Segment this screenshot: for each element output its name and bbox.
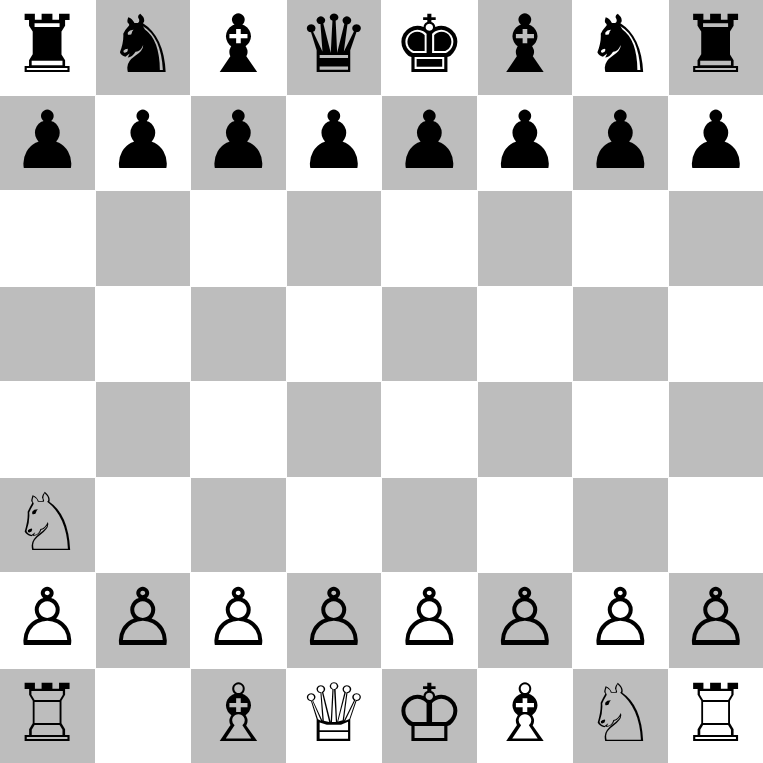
white-knight: ♘: [584, 674, 656, 754]
square-c8[interactable]: ♝: [191, 0, 286, 95]
black-pawn: ♟: [107, 101, 179, 181]
chess-board: ♜♞♝♛♚♝♞♜♟♟♟♟♟♟♟♟♘♙♙♙♙♙♙♙♙♖♗♕♔♗♘♖: [0, 0, 763, 763]
square-f1[interactable]: ♗: [478, 669, 573, 763]
square-f5[interactable]: [478, 287, 573, 382]
square-d3[interactable]: [287, 478, 382, 573]
square-h3[interactable]: [669, 478, 763, 573]
square-g7[interactable]: ♟: [573, 96, 668, 191]
square-e6[interactable]: [382, 191, 477, 286]
white-pawn: ♙: [11, 578, 83, 658]
square-h5[interactable]: [669, 287, 763, 382]
square-a7[interactable]: ♟: [0, 96, 95, 191]
square-h7[interactable]: ♟: [669, 96, 763, 191]
square-b2[interactable]: ♙: [96, 573, 191, 668]
black-pawn: ♟: [489, 101, 561, 181]
square-c5[interactable]: [191, 287, 286, 382]
square-b3[interactable]: [96, 478, 191, 573]
square-a6[interactable]: [0, 191, 95, 286]
square-c1[interactable]: ♗: [191, 669, 286, 763]
square-f2[interactable]: ♙: [478, 573, 573, 668]
black-rook: ♜: [11, 5, 83, 85]
white-pawn: ♙: [298, 578, 370, 658]
white-bishop: ♗: [202, 674, 274, 754]
square-a4[interactable]: [0, 382, 95, 477]
square-f8[interactable]: ♝: [478, 0, 573, 95]
square-d2[interactable]: ♙: [287, 573, 382, 668]
black-bishop: ♝: [202, 5, 274, 85]
square-b7[interactable]: ♟: [96, 96, 191, 191]
square-f3[interactable]: [478, 478, 573, 573]
square-c3[interactable]: [191, 478, 286, 573]
square-c2[interactable]: ♙: [191, 573, 286, 668]
square-d4[interactable]: [287, 382, 382, 477]
square-b4[interactable]: [96, 382, 191, 477]
square-f6[interactable]: [478, 191, 573, 286]
square-g4[interactable]: [573, 382, 668, 477]
square-c7[interactable]: ♟: [191, 96, 286, 191]
square-a8[interactable]: ♜: [0, 0, 95, 95]
square-g5[interactable]: [573, 287, 668, 382]
black-king: ♚: [393, 5, 465, 85]
square-c6[interactable]: [191, 191, 286, 286]
square-b8[interactable]: ♞: [96, 0, 191, 95]
square-a2[interactable]: ♙: [0, 573, 95, 668]
square-g1[interactable]: ♘: [573, 669, 668, 763]
square-f7[interactable]: ♟: [478, 96, 573, 191]
white-rook: ♖: [11, 674, 83, 754]
square-c4[interactable]: [191, 382, 286, 477]
square-f4[interactable]: [478, 382, 573, 477]
white-pawn: ♙: [489, 578, 561, 658]
black-pawn: ♟: [11, 101, 83, 181]
square-d5[interactable]: [287, 287, 382, 382]
square-h2[interactable]: ♙: [669, 573, 763, 668]
square-d1[interactable]: ♕: [287, 669, 382, 763]
square-g2[interactable]: ♙: [573, 573, 668, 668]
black-pawn: ♟: [298, 101, 370, 181]
black-queen: ♛: [298, 5, 370, 85]
white-king: ♔: [393, 674, 465, 754]
square-h4[interactable]: [669, 382, 763, 477]
square-e4[interactable]: [382, 382, 477, 477]
square-e2[interactable]: ♙: [382, 573, 477, 668]
white-pawn: ♙: [393, 578, 465, 658]
black-pawn: ♟: [202, 101, 274, 181]
white-pawn: ♙: [680, 578, 752, 658]
square-a5[interactable]: [0, 287, 95, 382]
square-a3[interactable]: ♘: [0, 478, 95, 573]
square-d6[interactable]: [287, 191, 382, 286]
square-b1[interactable]: [96, 669, 191, 763]
square-h6[interactable]: [669, 191, 763, 286]
black-knight: ♞: [584, 5, 656, 85]
black-pawn: ♟: [584, 101, 656, 181]
white-pawn: ♙: [107, 578, 179, 658]
white-bishop: ♗: [489, 674, 561, 754]
square-b6[interactable]: [96, 191, 191, 286]
square-a1[interactable]: ♖: [0, 669, 95, 763]
white-pawn: ♙: [584, 578, 656, 658]
white-knight: ♘: [11, 483, 83, 563]
square-e7[interactable]: ♟: [382, 96, 477, 191]
square-e3[interactable]: [382, 478, 477, 573]
square-e8[interactable]: ♚: [382, 0, 477, 95]
square-b5[interactable]: [96, 287, 191, 382]
square-h1[interactable]: ♖: [669, 669, 763, 763]
black-pawn: ♟: [680, 101, 752, 181]
black-rook: ♜: [680, 5, 752, 85]
white-rook: ♖: [680, 674, 752, 754]
square-d7[interactable]: ♟: [287, 96, 382, 191]
square-e1[interactable]: ♔: [382, 669, 477, 763]
square-d8[interactable]: ♛: [287, 0, 382, 95]
black-pawn: ♟: [393, 101, 465, 181]
square-h8[interactable]: ♜: [669, 0, 763, 95]
black-knight: ♞: [107, 5, 179, 85]
square-g8[interactable]: ♞: [573, 0, 668, 95]
chess-board-container: ♜♞♝♛♚♝♞♜♟♟♟♟♟♟♟♟♘♙♙♙♙♙♙♙♙♖♗♕♔♗♘♖: [0, 0, 763, 763]
square-g6[interactable]: [573, 191, 668, 286]
white-pawn: ♙: [202, 578, 274, 658]
black-bishop: ♝: [489, 5, 561, 85]
square-g3[interactable]: [573, 478, 668, 573]
square-e5[interactable]: [382, 287, 477, 382]
white-queen: ♕: [298, 674, 370, 754]
